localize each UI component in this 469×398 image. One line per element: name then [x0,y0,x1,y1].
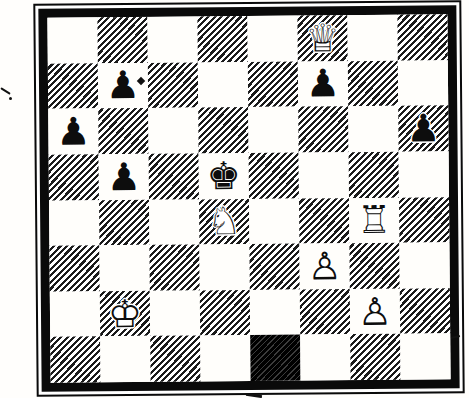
chessboard-frame: ♛♕♟♟♟♟♟♚♞♘♜♖♟♙♚♔♟♙ [33,0,464,397]
square-g7 [348,60,398,106]
ink-speck [0,87,10,95]
square-f3: ♟♙ [299,243,349,289]
square-a2 [50,291,100,337]
black-king: ♚ [199,153,249,199]
square-c2 [150,290,200,336]
white-pawn: ♙ [299,243,349,289]
square-c8 [147,16,197,62]
white-pawn-fill: ♟ [299,243,349,289]
square-c7 [148,62,198,108]
white-king: ♔ [100,291,150,337]
white-queen: ♕ [297,15,347,61]
square-e1 [250,335,300,381]
square-f7: ♟ [298,61,348,107]
black-pawn: ♟ [298,61,348,107]
square-a4 [49,200,99,246]
white-knight: ♘ [199,199,249,245]
square-b8 [97,17,147,63]
square-e6 [248,107,298,153]
square-h5 [399,151,449,197]
square-e8 [247,16,297,62]
square-g4: ♜♖ [349,197,399,243]
square-b6 [98,108,148,154]
chessboard: ♛♕♟♟♟♟♟♚♞♘♜♖♟♙♚♔♟♙ [38,5,459,392]
ink-speck [9,97,12,100]
square-f2 [300,289,350,335]
square-c1 [150,336,200,382]
square-c4 [149,199,199,245]
square-h4 [399,197,449,243]
square-a1 [50,337,100,383]
square-b4 [99,199,149,245]
square-d7 [198,62,248,108]
square-f1 [300,334,350,380]
square-e7 [248,61,298,107]
square-g3 [349,243,399,289]
square-h8 [397,14,447,60]
white-pawn: ♙ [350,288,400,334]
square-b1 [100,336,150,382]
square-h6: ♟ [398,106,448,152]
square-g1 [350,334,400,380]
square-a8 [47,17,97,63]
black-pawn: ♟ [99,154,149,200]
square-b5: ♟ [99,154,149,200]
square-e3 [249,244,299,290]
square-d6 [198,107,248,153]
square-d4: ♞♘ [199,199,249,245]
square-b2: ♚♔ [100,291,150,337]
square-h3 [399,242,449,288]
square-h1 [400,334,450,380]
square-d8 [197,16,247,62]
square-e2 [250,289,300,335]
square-f8: ♛♕ [297,15,347,61]
square-a3 [49,245,99,291]
square-a5 [49,154,99,200]
square-d2 [200,290,250,336]
black-pawn: ♟ [398,106,448,152]
square-d5: ♚ [199,153,249,199]
square-h7 [398,60,448,106]
square-a7 [48,63,98,109]
square-h2 [400,288,450,334]
square-f5 [299,152,349,198]
square-d3 [199,244,249,290]
square-c3 [149,245,199,291]
square-a6: ♟ [48,109,98,155]
white-rook: ♖ [349,197,399,243]
square-d1 [200,335,250,381]
white-rook-fill: ♜ [349,197,399,243]
square-e4 [249,198,299,244]
square-g2: ♟♙ [350,288,400,334]
scanned-chess-diagram: ♛♕♟♟♟♟♟♚♞♘♜♖♟♙♚♔♟♙ [0,0,469,398]
white-knight-fill: ♞ [199,199,249,245]
square-g5 [349,152,399,198]
square-b3 [99,245,149,291]
square-c6 [148,108,198,154]
square-g8 [347,15,397,61]
square-c5 [149,153,199,199]
square-f6 [298,106,348,152]
white-queen-fill: ♛ [297,15,347,61]
square-g6 [348,106,398,152]
square-e5 [249,152,299,198]
black-pawn: ♟ [48,109,98,155]
square-f4 [299,198,349,244]
white-king-fill: ♚ [100,291,150,337]
white-pawn-fill: ♟ [350,288,400,334]
